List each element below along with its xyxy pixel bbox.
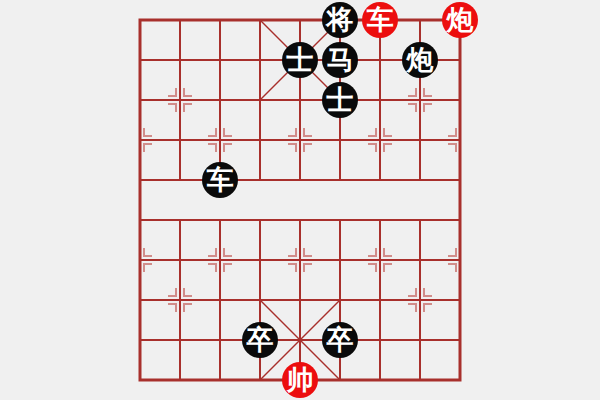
- piece-red-cannon[interactable]: 炮: [442, 2, 478, 38]
- piece-glyph: 帅: [287, 367, 314, 394]
- piece-black-general[interactable]: 将: [322, 2, 358, 38]
- piece-glyph: 车: [367, 7, 394, 34]
- piece-black-soldier-1[interactable]: 卒: [242, 322, 278, 358]
- piece-black-soldier-2[interactable]: 卒: [322, 322, 358, 358]
- piece-glyph: 炮: [407, 47, 434, 74]
- xiangqi-board-canvas: 将车炮士马炮士车卒卒帅: [0, 0, 600, 400]
- piece-black-advisor-2[interactable]: 士: [322, 82, 358, 118]
- piece-red-chariot[interactable]: 车: [362, 2, 398, 38]
- piece-black-advisor-1[interactable]: 士: [282, 42, 318, 78]
- piece-red-general[interactable]: 帅: [282, 362, 318, 398]
- piece-black-cannon[interactable]: 炮: [402, 42, 438, 78]
- piece-black-chariot[interactable]: 车: [202, 162, 238, 198]
- piece-glyph: 卒: [327, 327, 354, 354]
- piece-glyph: 车: [207, 167, 234, 194]
- pieces-layer: 将车炮士马炮士车卒卒帅: [120, 0, 480, 400]
- piece-glyph: 炮: [447, 7, 474, 34]
- piece-glyph: 将: [327, 7, 354, 34]
- piece-black-horse[interactable]: 马: [322, 42, 358, 78]
- piece-glyph: 卒: [247, 327, 274, 354]
- piece-glyph: 士: [327, 87, 354, 114]
- piece-glyph: 士: [287, 47, 314, 74]
- piece-glyph: 马: [327, 47, 354, 74]
